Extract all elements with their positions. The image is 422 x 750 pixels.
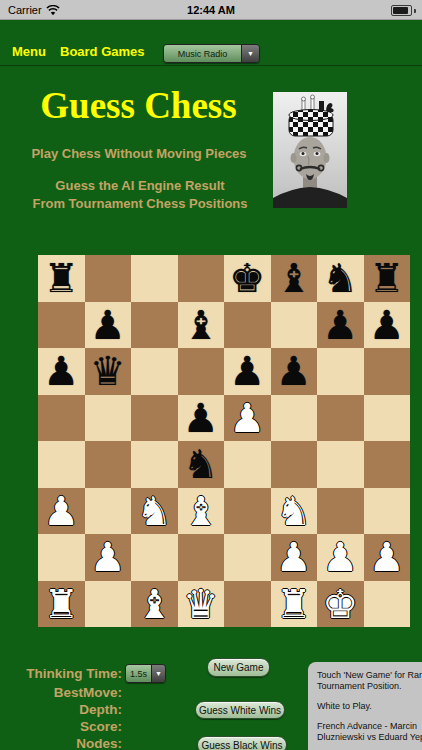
chevron-down-icon: ▼	[151, 665, 165, 682]
square-c8	[131, 255, 178, 302]
square-b3	[85, 488, 132, 535]
menu-link[interactable]: Menu	[12, 44, 46, 59]
square-f4	[271, 441, 318, 488]
square-d7: ♝	[178, 302, 225, 349]
square-c3: ♞	[131, 488, 178, 535]
square-d3: ♝	[178, 488, 225, 535]
square-b6: ♛	[85, 348, 132, 395]
subtitle-line-1: Guess the AI Engine Result	[0, 178, 280, 193]
black-rook: ♜	[43, 258, 79, 298]
square-a4	[38, 441, 85, 488]
square-e7	[224, 302, 271, 349]
thinking-time-value: 1.5s	[126, 665, 151, 682]
info-line-2: Tournament Position.	[317, 681, 422, 692]
white-pawn: ♟	[229, 398, 265, 438]
square-e3	[224, 488, 271, 535]
square-e8: ♚	[224, 255, 271, 302]
square-a8: ♜	[38, 255, 85, 302]
square-g5	[317, 395, 364, 442]
square-g2: ♟	[317, 534, 364, 581]
square-g1: ♚	[317, 581, 364, 628]
black-queen: ♛	[90, 351, 126, 391]
square-d8	[178, 255, 225, 302]
position-info-panel: Touch 'New Game' for RandomTournament Po…	[308, 662, 422, 750]
square-b2: ♟	[85, 534, 132, 581]
black-rook: ♜	[369, 258, 405, 298]
info-line-4: White to Play.	[317, 701, 422, 712]
black-pawn: ♟	[90, 305, 126, 345]
black-pawn: ♟	[183, 398, 219, 438]
square-c6	[131, 348, 178, 395]
white-bishop: ♝	[136, 584, 172, 624]
square-h2: ♟	[364, 534, 411, 581]
white-pawn: ♟	[322, 537, 358, 577]
square-h3	[364, 488, 411, 535]
square-g4	[317, 441, 364, 488]
depth-label: Depth:	[0, 701, 122, 718]
square-b8	[85, 255, 132, 302]
white-rook: ♜	[276, 584, 312, 624]
info-line-7: Dluzniewski vs Eduard Yepes	[317, 732, 422, 743]
square-f6: ♟	[271, 348, 318, 395]
black-pawn: ♟	[229, 351, 265, 391]
square-c5	[131, 395, 178, 442]
square-c7	[131, 302, 178, 349]
page-title: Guess Chess	[6, 84, 271, 127]
black-bishop: ♝	[276, 258, 312, 298]
black-knight: ♞	[183, 444, 219, 484]
square-h8: ♜	[364, 255, 411, 302]
guess-black-wins-button[interactable]: Guess Black Wins	[197, 736, 287, 750]
square-h6	[364, 348, 411, 395]
black-pawn: ♟	[43, 351, 79, 391]
square-f8: ♝	[271, 255, 318, 302]
square-f1: ♜	[271, 581, 318, 628]
square-d6	[178, 348, 225, 395]
info-line-6: French Advance - Marcin	[317, 721, 422, 732]
white-pawn: ♟	[276, 537, 312, 577]
square-f7	[271, 302, 318, 349]
nodes-label: Nodes:	[0, 735, 122, 750]
square-e5: ♟	[224, 395, 271, 442]
tagline: Play Chess Without Moving Pieces	[0, 146, 278, 161]
square-d4: ♞	[178, 441, 225, 488]
battery-icon	[391, 5, 416, 16]
chevron-down-icon: ▼	[241, 45, 259, 62]
bestmove-label: BestMove:	[0, 684, 122, 701]
music-radio-value: Music Radio	[164, 45, 241, 62]
square-f5	[271, 395, 318, 442]
clock: 12:44 AM	[0, 4, 422, 16]
square-g6	[317, 348, 364, 395]
white-pawn: ♟	[369, 537, 405, 577]
square-e2	[224, 534, 271, 581]
square-c4	[131, 441, 178, 488]
new-game-button[interactable]: New Game	[207, 658, 270, 677]
portrait-photo	[273, 92, 347, 208]
square-h1	[364, 581, 411, 628]
black-pawn: ♟	[276, 351, 312, 391]
square-a2	[38, 534, 85, 581]
square-d5: ♟	[178, 395, 225, 442]
black-bishop: ♝	[183, 305, 219, 345]
square-d2	[178, 534, 225, 581]
black-pawn: ♟	[322, 305, 358, 345]
square-a5	[38, 395, 85, 442]
square-e1	[224, 581, 271, 628]
square-c1: ♝	[131, 581, 178, 628]
square-h4	[364, 441, 411, 488]
square-g8: ♞	[317, 255, 364, 302]
square-b4	[85, 441, 132, 488]
thinking-time-label: Thinking Time:	[0, 665, 122, 682]
score-label: Score:	[0, 718, 122, 735]
square-f3: ♞	[271, 488, 318, 535]
square-a1: ♜	[38, 581, 85, 628]
white-queen: ♛	[183, 584, 219, 624]
status-bar: Carrier 12:44 AM	[0, 0, 422, 20]
square-h5	[364, 395, 411, 442]
square-f2: ♟	[271, 534, 318, 581]
square-e6: ♟	[224, 348, 271, 395]
white-pawn: ♟	[43, 491, 79, 531]
subtitle-line-2: From Tournament Chess Positions	[0, 196, 280, 211]
square-d1: ♛	[178, 581, 225, 628]
square-b7: ♟	[85, 302, 132, 349]
white-knight: ♞	[136, 491, 172, 531]
square-a7	[38, 302, 85, 349]
square-b5	[85, 395, 132, 442]
info-line-1: Touch 'New Game' for Random	[317, 670, 422, 681]
square-g3	[317, 488, 364, 535]
white-bishop: ♝	[183, 491, 219, 531]
thinking-time-dropdown[interactable]: 1.5s ▼	[125, 664, 166, 683]
board-games-link[interactable]: Board Games	[60, 44, 145, 59]
black-knight: ♞	[322, 258, 358, 298]
music-radio-dropdown[interactable]: Music Radio ▼	[163, 44, 260, 63]
engine-readout: Thinking Time: BestMove: Depth: Score: N…	[0, 665, 122, 750]
guess-white-wins-button[interactable]: Guess White Wins	[195, 701, 285, 719]
square-c2	[131, 534, 178, 581]
square-h7: ♟	[364, 302, 411, 349]
square-a3: ♟	[38, 488, 85, 535]
black-pawn: ♟	[369, 305, 405, 345]
square-g7: ♟	[317, 302, 364, 349]
white-king: ♚	[322, 584, 358, 624]
square-e4	[224, 441, 271, 488]
white-pawn: ♟	[90, 537, 126, 577]
black-king: ♚	[229, 258, 265, 298]
white-knight: ♞	[276, 491, 312, 531]
chess-board: ♜♚♝♞♜♟♝♟♟♟♛♟♟♟♟♞♟♞♝♞♟♟♟♟♜♝♛♜♚	[38, 255, 410, 627]
square-b1	[85, 581, 132, 628]
square-a6: ♟	[38, 348, 85, 395]
white-rook: ♜	[43, 584, 79, 624]
